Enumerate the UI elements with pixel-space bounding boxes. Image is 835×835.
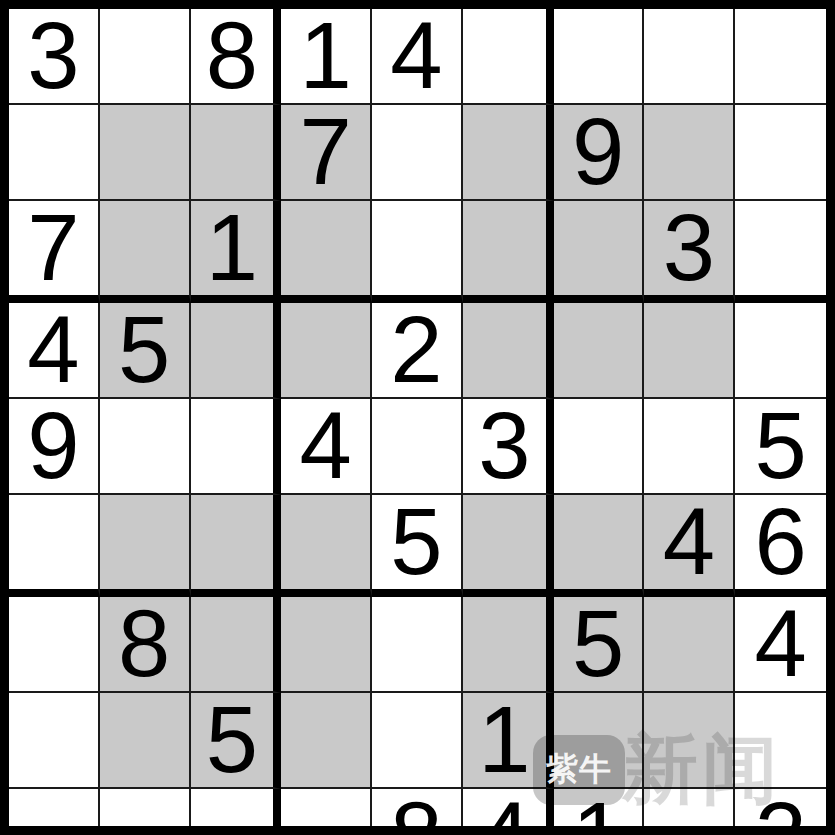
- cell-r2c1[interactable]: [9, 105, 100, 201]
- cell-r7c9[interactable]: 4: [735, 597, 826, 693]
- cell-r4c8[interactable]: [644, 303, 735, 399]
- cell-r9c4[interactable]: [281, 789, 372, 835]
- given-digit: 8: [390, 789, 442, 835]
- cell-r1c5[interactable]: 4: [372, 9, 463, 105]
- cell-r9c9[interactable]: 2: [735, 789, 826, 835]
- cell-r2c7[interactable]: 9: [554, 105, 645, 201]
- cell-r7c7[interactable]: 5: [554, 597, 645, 693]
- cell-r5c6[interactable]: 3: [463, 399, 554, 495]
- cell-r7c8[interactable]: [644, 597, 735, 693]
- cell-r3c9[interactable]: [735, 201, 826, 303]
- given-digit: 8: [118, 597, 170, 691]
- given-digit: 4: [754, 597, 806, 691]
- given-digit: 4: [390, 9, 442, 103]
- cell-r3c7[interactable]: [554, 201, 645, 303]
- cell-r1c8[interactable]: [644, 9, 735, 105]
- given-digit: 1: [478, 693, 530, 787]
- given-digit: 6: [754, 495, 806, 589]
- cell-r5c1[interactable]: 9: [9, 399, 100, 495]
- given-digit: 4: [300, 399, 352, 493]
- given-digit: 3: [27, 9, 79, 103]
- cell-r9c7[interactable]: 1: [554, 789, 645, 835]
- cell-r1c1[interactable]: 3: [9, 9, 100, 105]
- cell-r4c2[interactable]: 5: [100, 303, 191, 399]
- cell-r5c3[interactable]: [191, 399, 282, 495]
- cell-r3c2[interactable]: [100, 201, 191, 303]
- cell-r5c4[interactable]: 4: [281, 399, 372, 495]
- cell-r3c4[interactable]: [281, 201, 372, 303]
- cell-r9c8[interactable]: [644, 789, 735, 835]
- cell-r8c2[interactable]: [100, 693, 191, 789]
- given-digit: 4: [478, 789, 530, 835]
- cell-r4c7[interactable]: [554, 303, 645, 399]
- cell-r1c3[interactable]: 8: [191, 9, 282, 105]
- cell-r6c1[interactable]: [9, 495, 100, 597]
- cell-r6c9[interactable]: 6: [735, 495, 826, 597]
- cell-r2c6[interactable]: [463, 105, 554, 201]
- cell-r9c3[interactable]: [191, 789, 282, 835]
- sudoku-grid: 3814797134529435546854518412: [9, 9, 826, 826]
- given-digit: 2: [754, 789, 806, 835]
- cell-r6c4[interactable]: [281, 495, 372, 597]
- cell-r2c2[interactable]: [100, 105, 191, 201]
- cell-r1c4[interactable]: 1: [281, 9, 372, 105]
- cell-r7c6[interactable]: [463, 597, 554, 693]
- cell-r4c9[interactable]: [735, 303, 826, 399]
- cell-r8c5[interactable]: [372, 693, 463, 789]
- cell-r8c7[interactable]: [554, 693, 645, 789]
- cell-r3c1[interactable]: 7: [9, 201, 100, 303]
- given-digit: 4: [663, 495, 715, 589]
- cell-r7c2[interactable]: 8: [100, 597, 191, 693]
- cell-r1c2[interactable]: [100, 9, 191, 105]
- given-digit: 2: [390, 303, 442, 397]
- cell-r6c3[interactable]: [191, 495, 282, 597]
- cell-r5c8[interactable]: [644, 399, 735, 495]
- cell-r8c9[interactable]: [735, 693, 826, 789]
- cell-r2c9[interactable]: [735, 105, 826, 201]
- cell-r2c8[interactable]: [644, 105, 735, 201]
- cell-r2c5[interactable]: [372, 105, 463, 201]
- given-digit: 9: [27, 399, 79, 493]
- cell-r1c9[interactable]: [735, 9, 826, 105]
- cell-r8c1[interactable]: [9, 693, 100, 789]
- cell-r1c6[interactable]: [463, 9, 554, 105]
- given-digit: 3: [663, 201, 715, 295]
- cell-r5c7[interactable]: [554, 399, 645, 495]
- cell-r9c1[interactable]: [9, 789, 100, 835]
- cell-r4c6[interactable]: [463, 303, 554, 399]
- given-digit: 9: [572, 105, 624, 199]
- cell-r4c4[interactable]: [281, 303, 372, 399]
- cell-r4c1[interactable]: 4: [9, 303, 100, 399]
- cell-r9c5[interactable]: 8: [372, 789, 463, 835]
- given-digit: 1: [300, 9, 352, 103]
- cell-r1c7[interactable]: [554, 9, 645, 105]
- cell-r6c5[interactable]: 5: [372, 495, 463, 597]
- cell-r7c1[interactable]: [9, 597, 100, 693]
- cell-r8c3[interactable]: 5: [191, 693, 282, 789]
- given-digit: 5: [390, 495, 442, 589]
- cell-r8c4[interactable]: [281, 693, 372, 789]
- cell-r2c3[interactable]: [191, 105, 282, 201]
- cell-r6c8[interactable]: 4: [644, 495, 735, 597]
- cell-r3c6[interactable]: [463, 201, 554, 303]
- sudoku-board: 3814797134529435546854518412 紫牛 新闻: [0, 0, 835, 835]
- cell-r3c3[interactable]: 1: [191, 201, 282, 303]
- given-digit: 7: [300, 105, 352, 199]
- cell-r9c6[interactable]: 4: [463, 789, 554, 835]
- cell-r3c5[interactable]: [372, 201, 463, 303]
- cell-r8c8[interactable]: [644, 693, 735, 789]
- cell-r6c7[interactable]: [554, 495, 645, 597]
- given-digit: 1: [206, 201, 258, 295]
- given-digit: 3: [478, 399, 530, 493]
- given-digit: 5: [572, 597, 624, 691]
- cell-r5c5[interactable]: [372, 399, 463, 495]
- cell-r6c2[interactable]: [100, 495, 191, 597]
- cell-r7c4[interactable]: [281, 597, 372, 693]
- given-digit: 4: [27, 303, 79, 397]
- given-digit: 7: [27, 201, 79, 295]
- given-digit: 8: [206, 9, 258, 103]
- given-digit: 5: [206, 693, 258, 787]
- given-digit: 5: [118, 303, 170, 397]
- cell-r2c4[interactable]: 7: [281, 105, 372, 201]
- cell-r6c6[interactable]: [463, 495, 554, 597]
- given-digit: 5: [754, 399, 806, 493]
- cell-r3c8[interactable]: 3: [644, 201, 735, 303]
- cell-r7c5[interactable]: [372, 597, 463, 693]
- cell-r4c5[interactable]: 2: [372, 303, 463, 399]
- cell-r7c3[interactable]: [191, 597, 282, 693]
- cell-r5c2[interactable]: [100, 399, 191, 495]
- given-digit: 1: [572, 789, 624, 835]
- cell-r8c6[interactable]: 1: [463, 693, 554, 789]
- cell-r4c3[interactable]: [191, 303, 282, 399]
- cell-r9c2[interactable]: [100, 789, 191, 835]
- cell-r5c9[interactable]: 5: [735, 399, 826, 495]
